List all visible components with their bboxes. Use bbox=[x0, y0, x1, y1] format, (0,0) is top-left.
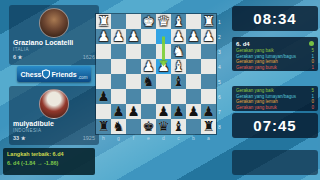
square-c6[interactable] bbox=[171, 89, 186, 104]
square-g4[interactable] bbox=[111, 59, 126, 74]
square-f4[interactable] bbox=[126, 59, 141, 74]
square-f5[interactable] bbox=[126, 74, 141, 89]
white-piece-a2[interactable]: ♟ bbox=[202, 29, 214, 44]
black-piece-c5[interactable]: ♝ bbox=[172, 74, 184, 89]
square-b2[interactable]: ♟ bbox=[186, 29, 201, 44]
stat-label: Gerakan yang lumayan/bagus bbox=[236, 94, 296, 99]
move-quality-panel-white: 6. d4 Gerakan yang baik 5 Gerakan yang l… bbox=[232, 37, 318, 71]
rank-label-2: 2 bbox=[218, 29, 226, 44]
square-c4[interactable]: ♝ bbox=[171, 59, 186, 74]
square-h7[interactable] bbox=[96, 104, 111, 119]
square-e5[interactable]: ♞ bbox=[141, 74, 156, 89]
file-label-b: b bbox=[186, 135, 201, 141]
square-f1[interactable] bbox=[126, 14, 141, 29]
black-piece-g8[interactable]: ♞ bbox=[112, 119, 124, 134]
black-piece-h6[interactable]: ♟ bbox=[97, 89, 109, 104]
square-g5[interactable] bbox=[111, 74, 126, 89]
white-player-rating: 1626 bbox=[83, 54, 95, 60]
white-piece-c3[interactable]: ♞ bbox=[172, 44, 184, 59]
logo-text-left: Chess bbox=[20, 71, 41, 78]
stat-value: 0 bbox=[311, 105, 314, 110]
black-player-badge: 33 ★ bbox=[13, 135, 26, 141]
shield-icon bbox=[42, 69, 50, 79]
white-piece-e4[interactable]: ♟ bbox=[142, 59, 154, 74]
square-a1[interactable]: ♜ bbox=[201, 14, 216, 29]
square-b1[interactable] bbox=[186, 14, 201, 29]
clock-white: 08:34 bbox=[232, 6, 318, 31]
square-a6[interactable] bbox=[201, 89, 216, 104]
square-b7[interactable]: ♟ bbox=[186, 104, 201, 119]
stat-label: Gerakan yang buruk bbox=[236, 65, 277, 70]
square-d5[interactable] bbox=[156, 74, 171, 89]
black-piece-g7[interactable]: ♟ bbox=[112, 104, 124, 119]
square-d7[interactable]: ♟ bbox=[156, 104, 171, 119]
stat-value: 5 bbox=[311, 88, 314, 93]
stat-value: 1 bbox=[311, 54, 314, 59]
square-h1[interactable]: ♜ bbox=[96, 14, 111, 29]
best-move-eval: 6. d4 (-1.84 → -1.86) bbox=[7, 160, 91, 166]
black-piece-c7[interactable]: ♟ bbox=[172, 104, 184, 119]
black-player-name: mulyadibule bbox=[13, 120, 95, 127]
logo-suffix: .com bbox=[78, 75, 88, 80]
chess-board[interactable]: ♜♚♛♝♜♟♟♟♟♟♟♞♟♟♝♞♝♟♟♟♟♟♟♟♜♞♚♛♝♜ 12345678 … bbox=[96, 14, 226, 144]
square-h4[interactable] bbox=[96, 59, 111, 74]
black-player-country: INDONESIA bbox=[13, 128, 95, 133]
stat-label: Gerakan yang buruk bbox=[236, 105, 277, 110]
logo-text-right: Friends bbox=[51, 71, 76, 78]
file-label-a: a bbox=[201, 135, 216, 141]
square-a8[interactable]: ♜ bbox=[201, 119, 216, 134]
square-d3[interactable] bbox=[156, 44, 171, 59]
square-g2[interactable]: ♟ bbox=[111, 29, 126, 44]
square-f6[interactable] bbox=[126, 89, 141, 104]
white-piece-d1[interactable]: ♛ bbox=[157, 14, 169, 29]
square-f3[interactable] bbox=[126, 44, 141, 59]
board-grid[interactable]: ♜♚♛♝♜♟♟♟♟♟♟♞♟♟♝♞♝♟♟♟♟♟♟♟♜♞♚♛♝♜ bbox=[96, 14, 216, 134]
stat-value: 5 bbox=[311, 48, 314, 53]
square-c3[interactable]: ♞ bbox=[171, 44, 186, 59]
stat-value: 1 bbox=[311, 94, 314, 99]
rank-label-4: 4 bbox=[218, 59, 226, 74]
white-piece-c1[interactable]: ♝ bbox=[172, 14, 184, 29]
square-g7[interactable]: ♟ bbox=[111, 104, 126, 119]
stat-row: Gerakan yang buruk 1 bbox=[236, 65, 314, 71]
stat-value: 0 bbox=[311, 59, 314, 64]
white-piece-c2[interactable]: ♟ bbox=[172, 29, 184, 44]
white-piece-h2[interactable]: ♟ bbox=[97, 29, 109, 44]
rank-label-1: 1 bbox=[218, 14, 226, 29]
square-g6[interactable] bbox=[111, 89, 126, 104]
white-player-name: Graziano Locatelli bbox=[13, 39, 95, 46]
square-d8[interactable]: ♛ bbox=[156, 119, 171, 134]
stat-label: Gerakan yang lemah bbox=[236, 59, 278, 64]
clock-black: 07:45 bbox=[232, 113, 318, 138]
square-a7[interactable]: ♟ bbox=[201, 104, 216, 119]
square-c2[interactable]: ♟ bbox=[171, 29, 186, 44]
square-b4[interactable] bbox=[186, 59, 201, 74]
square-h6[interactable]: ♟ bbox=[96, 89, 111, 104]
stat-label: Gerakan yang lumayan/bagus bbox=[236, 54, 296, 59]
rank-label-3: 3 bbox=[218, 44, 226, 59]
app-root: Graziano Locatelli ITALIA 6 ★ 1626 Chess… bbox=[0, 0, 320, 180]
best-move-label: Langkah terbaik: 6.d4 bbox=[7, 151, 91, 157]
file-label-f: f bbox=[126, 135, 141, 141]
square-b5[interactable] bbox=[186, 74, 201, 89]
white-piece-e1[interactable]: ♚ bbox=[142, 14, 154, 29]
square-f8[interactable] bbox=[126, 119, 141, 134]
black-piece-h8[interactable]: ♜ bbox=[97, 119, 109, 134]
square-h2[interactable]: ♟ bbox=[96, 29, 111, 44]
square-c7[interactable]: ♟ bbox=[171, 104, 186, 119]
white-piece-g2[interactable]: ♟ bbox=[112, 29, 124, 44]
best-move-panel: Langkah terbaik: 6.d4 6. d4 (-1.84 → -1.… bbox=[3, 148, 95, 175]
square-h5[interactable] bbox=[96, 74, 111, 89]
current-move-label: 6. d4 bbox=[236, 41, 250, 47]
stat-value: 1 bbox=[311, 65, 314, 70]
square-a3[interactable] bbox=[201, 44, 216, 59]
square-f7[interactable]: ♟ bbox=[126, 104, 141, 119]
white-player-badge: 6 ★ bbox=[13, 54, 23, 60]
square-g1[interactable] bbox=[111, 14, 126, 29]
square-g8[interactable]: ♞ bbox=[111, 119, 126, 134]
stat-label: Gerakan yang baik bbox=[236, 48, 274, 53]
square-e4[interactable]: ♟ bbox=[141, 59, 156, 74]
black-player-rating: 1925 bbox=[83, 135, 95, 141]
square-f2[interactable]: ♟ bbox=[126, 29, 141, 44]
file-label-d: d bbox=[156, 135, 171, 141]
black-piece-a8[interactable]: ♜ bbox=[202, 119, 214, 134]
move-quality-dot bbox=[309, 41, 314, 46]
player-card-white: Graziano Locatelli ITALIA 6 ★ 1626 bbox=[9, 5, 99, 65]
white-piece-h1[interactable]: ♜ bbox=[97, 14, 109, 29]
notation-panel-empty bbox=[232, 150, 318, 175]
rank-label-7: 7 bbox=[218, 104, 226, 119]
chessfriends-logo: Chess Friends .com bbox=[17, 66, 91, 82]
black-piece-e5[interactable]: ♞ bbox=[142, 74, 154, 89]
file-label-c: c bbox=[171, 135, 186, 141]
rank-label-8: 8 bbox=[218, 119, 226, 134]
square-g3[interactable] bbox=[111, 44, 126, 59]
square-e7[interactable] bbox=[141, 104, 156, 119]
square-e2[interactable] bbox=[141, 29, 156, 44]
rank-label-6: 6 bbox=[218, 89, 226, 104]
move-quality-panel-black: Gerakan yang baik 5 Gerakan yang lumayan… bbox=[232, 86, 318, 111]
square-h3[interactable] bbox=[96, 44, 111, 59]
stat-label: Gerakan yang lemah bbox=[236, 99, 278, 104]
white-piece-b2[interactable]: ♟ bbox=[187, 29, 199, 44]
square-c1[interactable]: ♝ bbox=[171, 14, 186, 29]
white-piece-a1[interactable]: ♜ bbox=[202, 14, 214, 29]
file-label-h: h bbox=[96, 135, 111, 141]
black-piece-c8[interactable]: ♝ bbox=[172, 119, 184, 134]
square-a2[interactable]: ♟ bbox=[201, 29, 216, 44]
file-label-g: g bbox=[111, 135, 126, 141]
white-piece-c4[interactable]: ♝ bbox=[172, 59, 184, 74]
black-piece-a7[interactable]: ♟ bbox=[202, 104, 214, 119]
square-b8[interactable] bbox=[186, 119, 201, 134]
square-e1[interactable]: ♚ bbox=[141, 14, 156, 29]
white-player-country: ITALIA bbox=[13, 47, 95, 52]
white-piece-f2[interactable]: ♟ bbox=[127, 29, 139, 44]
square-a4[interactable] bbox=[201, 59, 216, 74]
square-b6[interactable] bbox=[186, 89, 201, 104]
square-c5[interactable]: ♝ bbox=[171, 74, 186, 89]
square-d2[interactable] bbox=[156, 29, 171, 44]
black-piece-f7[interactable]: ♟ bbox=[127, 104, 139, 119]
square-c8[interactable]: ♝ bbox=[171, 119, 186, 134]
black-piece-d7[interactable]: ♟ bbox=[157, 104, 169, 119]
black-piece-b7[interactable]: ♟ bbox=[187, 104, 199, 119]
square-h8[interactable]: ♜ bbox=[96, 119, 111, 134]
black-player-avatar bbox=[39, 89, 69, 119]
square-e3[interactable] bbox=[141, 44, 156, 59]
square-d1[interactable]: ♛ bbox=[156, 14, 171, 29]
square-e8[interactable]: ♚ bbox=[141, 119, 156, 134]
square-d4[interactable]: ♟ bbox=[156, 59, 171, 74]
square-b3[interactable] bbox=[186, 44, 201, 59]
black-piece-e8[interactable]: ♚ bbox=[142, 119, 154, 134]
white-piece-d4[interactable]: ♟ bbox=[157, 59, 169, 74]
square-a5[interactable] bbox=[201, 74, 216, 89]
player-card-black: mulyadibule INDONESIA 33 ★ 1925 bbox=[9, 86, 99, 145]
black-piece-d8[interactable]: ♛ bbox=[157, 119, 169, 134]
stat-value: 0 bbox=[311, 99, 314, 104]
stat-row: Gerakan yang buruk 0 bbox=[236, 105, 314, 111]
square-e6[interactable] bbox=[141, 89, 156, 104]
square-d6[interactable] bbox=[156, 89, 171, 104]
stat-label: Gerakan yang baik bbox=[236, 88, 274, 93]
white-player-avatar bbox=[39, 8, 69, 38]
rank-label-5: 5 bbox=[218, 74, 226, 89]
file-label-e: e bbox=[141, 135, 156, 141]
